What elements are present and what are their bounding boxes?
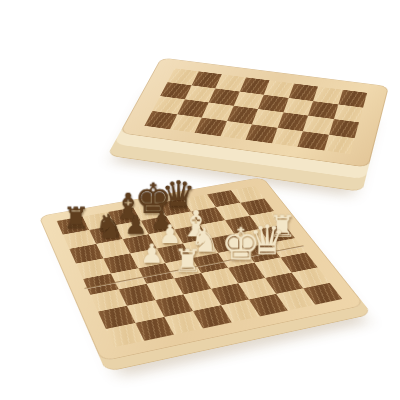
closed-box-lid bbox=[120, 58, 389, 168]
piece-dark-knight: ♞ bbox=[94, 209, 124, 242]
square-g8 bbox=[207, 190, 240, 207]
piece-white-king: ♚ bbox=[221, 222, 261, 266]
open-board-frame: ♜♝♚♛♞♟♟♟♝♟♞♜♜♚♛ bbox=[38, 177, 365, 362]
closed-chess-box bbox=[120, 58, 389, 168]
box-pattern-square bbox=[324, 134, 355, 154]
square-a8: ♜ bbox=[57, 217, 90, 235]
open-chess-board: ♜♝♚♛♞♟♟♟♝♟♞♜♜♚♛ bbox=[38, 177, 365, 362]
square-b7: ♞ bbox=[89, 225, 122, 244]
folding-chess-set-photo: ♜♝♚♛♞♟♟♟♝♟♞♜♜♚♛ bbox=[0, 0, 400, 400]
closed-box-checker-pattern bbox=[144, 68, 367, 154]
piece-dark-pawn: ♟ bbox=[124, 212, 147, 237]
piece-white-rook: ♜ bbox=[173, 245, 201, 277]
chess-board-grid: ♜♝♚♛♞♟♟♟♝♟♞♜♜♚♛ bbox=[57, 186, 343, 347]
piece-dark-rook: ♜ bbox=[63, 204, 90, 234]
piece-white-pawn: ♟ bbox=[140, 240, 164, 266]
square-a4 bbox=[83, 274, 119, 295]
